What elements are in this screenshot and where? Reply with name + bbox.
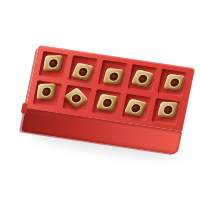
compartment: [62, 84, 92, 112]
compartment: [122, 93, 152, 121]
compartment: [33, 80, 63, 108]
compartment: [92, 89, 122, 117]
compartment: [68, 55, 98, 83]
product-photo-scene: [0, 0, 200, 200]
carbide-insert: [103, 68, 124, 84]
compartment: [151, 98, 181, 126]
carbide-insert: [164, 74, 185, 90]
compartment: [39, 51, 69, 79]
carbide-insert: [43, 55, 63, 70]
carbide-insert: [71, 62, 94, 80]
compartment: [128, 64, 158, 92]
carbide-insert: [36, 84, 55, 100]
carbide-insert: [157, 102, 178, 118]
carbide-insert: [131, 69, 154, 87]
compartment: [98, 60, 128, 88]
carbide-insert: [64, 88, 88, 109]
carbide-insert: [96, 94, 118, 111]
carbide-insert: [124, 99, 147, 117]
compartment: [157, 69, 187, 97]
